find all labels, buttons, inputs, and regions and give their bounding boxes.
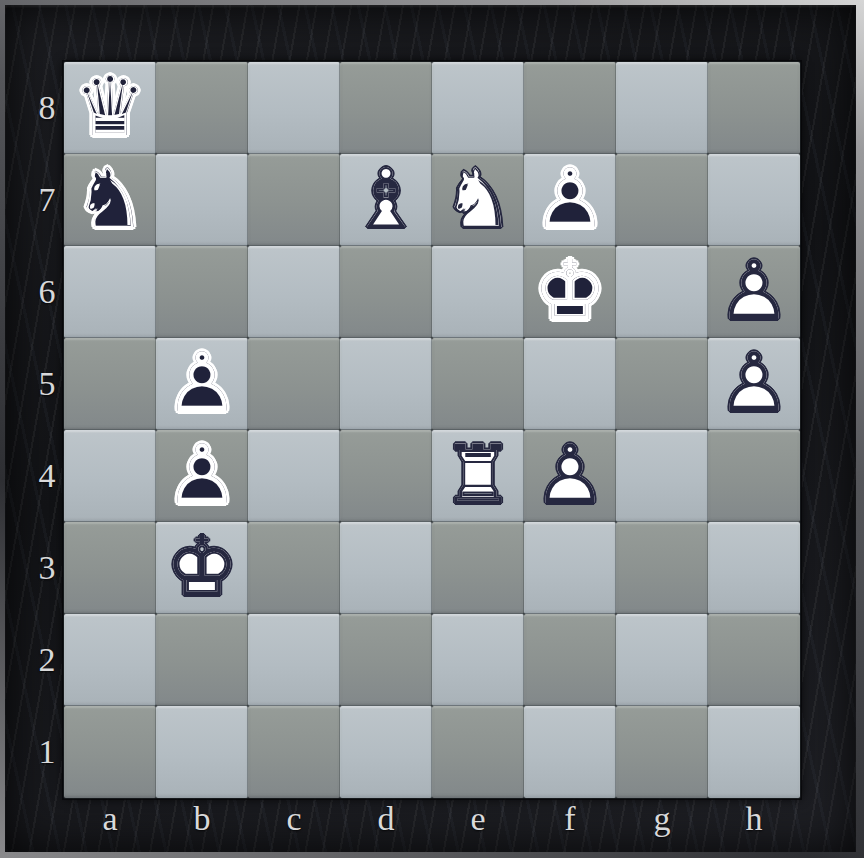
square-h4[interactable]: [708, 430, 800, 522]
square-b7[interactable]: [156, 154, 248, 246]
square-d8[interactable]: [340, 62, 432, 154]
square-f5[interactable]: [524, 338, 616, 430]
square-b2[interactable]: [156, 614, 248, 706]
rank-label-6: 6: [0, 246, 64, 338]
piece-white-knight[interactable]: ♞♘: [432, 154, 524, 246]
white-knight-detail-glyph: ♘: [432, 154, 524, 246]
rank-labels: 87654321: [0, 62, 64, 798]
rank-label-2: 2: [0, 614, 64, 706]
square-h7[interactable]: [708, 154, 800, 246]
white-pawn-detail-glyph: ♙: [708, 338, 800, 430]
square-c3[interactable]: [248, 522, 340, 614]
square-d1[interactable]: [340, 706, 432, 798]
square-g4[interactable]: [616, 430, 708, 522]
square-a1[interactable]: [64, 706, 156, 798]
square-a5[interactable]: [64, 338, 156, 430]
square-b1[interactable]: [156, 706, 248, 798]
white-pawn-detail-glyph: ♙: [524, 430, 616, 522]
black-pawn-detail-glyph: ♙: [524, 154, 616, 246]
file-label-h: h: [708, 798, 800, 842]
square-f1[interactable]: [524, 706, 616, 798]
rank-label-3: 3: [0, 522, 64, 614]
square-a7[interactable]: ♞♘: [64, 154, 156, 246]
white-rook-detail-glyph: ♖: [432, 430, 524, 522]
square-b8[interactable]: [156, 62, 248, 154]
square-e6[interactable]: [432, 246, 524, 338]
square-a4[interactable]: [64, 430, 156, 522]
file-label-b: b: [156, 798, 248, 842]
square-e3[interactable]: [432, 522, 524, 614]
square-d3[interactable]: [340, 522, 432, 614]
file-label-d: d: [340, 798, 432, 842]
square-c7[interactable]: [248, 154, 340, 246]
square-c5[interactable]: [248, 338, 340, 430]
piece-black-pawn[interactable]: ♟♙: [156, 338, 248, 430]
piece-white-rook[interactable]: ♜♖: [432, 430, 524, 522]
square-h3[interactable]: [708, 522, 800, 614]
rank-label-8: 8: [0, 62, 64, 154]
square-f4[interactable]: ♟♙: [524, 430, 616, 522]
square-h8[interactable]: [708, 62, 800, 154]
white-bishop-detail-glyph: ♗: [340, 154, 432, 246]
rank-label-1: 1: [0, 706, 64, 798]
chessboard-app: 87654321 ♛♕♞♘♝♗♞♘♟♙♚♔♟♙♟♙♟♙♟♙♜♖♟♙♚♔ abcd…: [0, 0, 864, 858]
square-a6[interactable]: [64, 246, 156, 338]
file-label-g: g: [616, 798, 708, 842]
square-h2[interactable]: [708, 614, 800, 706]
square-b4[interactable]: ♟♙: [156, 430, 248, 522]
square-c4[interactable]: [248, 430, 340, 522]
square-g2[interactable]: [616, 614, 708, 706]
square-b6[interactable]: [156, 246, 248, 338]
piece-white-pawn[interactable]: ♟♙: [708, 246, 800, 338]
square-h5[interactable]: ♟♙: [708, 338, 800, 430]
square-f8[interactable]: [524, 62, 616, 154]
file-label-f: f: [524, 798, 616, 842]
black-queen-detail-glyph: ♕: [64, 62, 156, 154]
square-e8[interactable]: [432, 62, 524, 154]
square-e1[interactable]: [432, 706, 524, 798]
square-b3[interactable]: ♚♔: [156, 522, 248, 614]
piece-black-pawn[interactable]: ♟♙: [156, 430, 248, 522]
white-king-detail-glyph: ♔: [156, 522, 248, 614]
square-f3[interactable]: [524, 522, 616, 614]
file-labels: abcdefgh: [64, 798, 800, 842]
square-a8[interactable]: ♛♕: [64, 62, 156, 154]
square-b5[interactable]: ♟♙: [156, 338, 248, 430]
white-pawn-detail-glyph: ♙: [708, 246, 800, 338]
square-f6[interactable]: ♚♔: [524, 246, 616, 338]
chess-board: ♛♕♞♘♝♗♞♘♟♙♚♔♟♙♟♙♟♙♟♙♜♖♟♙♚♔: [64, 62, 800, 798]
square-e2[interactable]: [432, 614, 524, 706]
square-g8[interactable]: [616, 62, 708, 154]
square-e5[interactable]: [432, 338, 524, 430]
square-g5[interactable]: [616, 338, 708, 430]
square-d5[interactable]: [340, 338, 432, 430]
piece-black-knight[interactable]: ♞♘: [64, 154, 156, 246]
piece-white-bishop[interactable]: ♝♗: [340, 154, 432, 246]
square-c6[interactable]: [248, 246, 340, 338]
file-label-c: c: [248, 798, 340, 842]
square-a2[interactable]: [64, 614, 156, 706]
file-label-a: a: [64, 798, 156, 842]
file-label-e: e: [432, 798, 524, 842]
rank-label-5: 5: [0, 338, 64, 430]
square-a3[interactable]: [64, 522, 156, 614]
square-h6[interactable]: ♟♙: [708, 246, 800, 338]
piece-white-king[interactable]: ♚♔: [156, 522, 248, 614]
square-c8[interactable]: [248, 62, 340, 154]
black-king-detail-glyph: ♔: [524, 246, 616, 338]
square-c1[interactable]: [248, 706, 340, 798]
square-g6[interactable]: [616, 246, 708, 338]
square-h1[interactable]: [708, 706, 800, 798]
square-d6[interactable]: [340, 246, 432, 338]
piece-white-pawn[interactable]: ♟♙: [524, 430, 616, 522]
square-f7[interactable]: ♟♙: [524, 154, 616, 246]
black-knight-detail-glyph: ♘: [64, 154, 156, 246]
rank-label-7: 7: [0, 154, 64, 246]
piece-white-pawn[interactable]: ♟♙: [708, 338, 800, 430]
black-pawn-detail-glyph: ♙: [156, 338, 248, 430]
square-g3[interactable]: [616, 522, 708, 614]
square-d2[interactable]: [340, 614, 432, 706]
black-pawn-detail-glyph: ♙: [156, 430, 248, 522]
rank-label-4: 4: [0, 430, 64, 522]
piece-black-king[interactable]: ♚♔: [524, 246, 616, 338]
square-g7[interactable]: [616, 154, 708, 246]
square-g1[interactable]: [616, 706, 708, 798]
piece-black-pawn[interactable]: ♟♙: [524, 154, 616, 246]
square-f2[interactable]: [524, 614, 616, 706]
square-d4[interactable]: [340, 430, 432, 522]
square-c2[interactable]: [248, 614, 340, 706]
piece-black-queen[interactable]: ♛♕: [64, 62, 156, 154]
square-e7[interactable]: ♞♘: [432, 154, 524, 246]
square-d7[interactable]: ♝♗: [340, 154, 432, 246]
square-e4[interactable]: ♜♖: [432, 430, 524, 522]
